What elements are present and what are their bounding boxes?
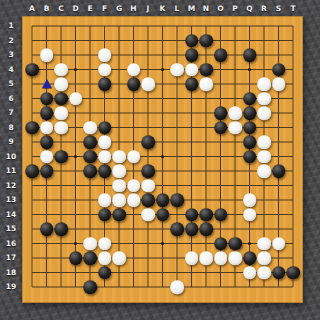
stone-white-F13[interactable] (98, 193, 112, 207)
col-label-E: E (83, 4, 97, 14)
row-label-2: 2 (4, 36, 18, 46)
row-label-17: 17 (4, 253, 18, 263)
stone-black-N4[interactable] (199, 63, 213, 77)
row-label-11: 11 (4, 166, 18, 176)
stone-black-J11[interactable] (141, 164, 155, 178)
stone-white-G12[interactable] (112, 179, 126, 193)
row-label-5: 5 (4, 79, 18, 89)
col-label-B: B (40, 4, 54, 14)
row-label-6: 6 (4, 94, 18, 104)
stone-white-R5[interactable] (257, 77, 271, 91)
stone-white-G13[interactable] (112, 193, 126, 207)
stone-white-G10[interactable] (112, 150, 126, 164)
stone-white-R10[interactable] (257, 150, 271, 164)
stone-white-R17[interactable] (257, 251, 271, 265)
stone-white-C7[interactable] (54, 106, 68, 120)
stone-white-P17[interactable] (228, 251, 242, 265)
stone-black-Q3[interactable] (243, 48, 257, 62)
stone-white-G17[interactable] (112, 251, 126, 265)
stone-white-C8[interactable] (54, 121, 68, 135)
stone-black-E17[interactable] (83, 251, 97, 265)
stone-white-F16[interactable] (98, 237, 112, 251)
stone-black-B15[interactable] (40, 222, 54, 236)
stone-white-Q14[interactable] (243, 208, 257, 222)
stone-white-E16[interactable] (83, 237, 97, 251)
star-point-Q16 (248, 242, 251, 245)
row-label-15: 15 (4, 224, 18, 234)
stone-black-H5[interactable] (127, 77, 141, 91)
stone-white-L19[interactable] (170, 280, 184, 294)
stone-black-J13[interactable] (141, 193, 155, 207)
stone-black-O16[interactable] (214, 237, 228, 251)
stone-black-Q17[interactable] (243, 251, 257, 265)
col-label-G: G (112, 4, 126, 14)
col-label-D: D (69, 4, 83, 14)
stone-black-B11[interactable] (40, 164, 54, 178)
stone-black-O7[interactable] (214, 106, 228, 120)
star-point-D4 (74, 68, 77, 71)
stone-black-S4[interactable] (272, 63, 286, 77)
stone-white-P8[interactable] (228, 121, 242, 135)
stone-black-B7[interactable] (40, 106, 54, 120)
stone-black-N14[interactable] (199, 208, 213, 222)
stone-black-F18[interactable] (98, 266, 112, 280)
star-point-Q4 (248, 68, 251, 71)
stone-white-O17[interactable] (214, 251, 228, 265)
stone-white-C5[interactable] (54, 77, 68, 91)
row-label-8: 8 (4, 123, 18, 133)
row-label-7: 7 (4, 108, 18, 118)
stone-white-G11[interactable] (112, 164, 126, 178)
stone-black-S18[interactable] (272, 266, 286, 280)
row-label-13: 13 (4, 195, 18, 205)
col-label-N: N (199, 4, 213, 14)
stone-white-H4[interactable] (127, 63, 141, 77)
stone-white-S16[interactable] (272, 237, 286, 251)
row-label-12: 12 (4, 181, 18, 191)
screenshot-root: ABCDEFGHJKLMNOPQRST 12345678910111213141… (0, 0, 320, 320)
stone-white-Q13[interactable] (243, 193, 257, 207)
row-label-10: 10 (4, 152, 18, 162)
stone-white-B3[interactable] (40, 48, 54, 62)
stone-black-Q7[interactable] (243, 106, 257, 120)
stone-white-H13[interactable] (127, 193, 141, 207)
col-label-M: M (185, 4, 199, 14)
stone-black-M2[interactable] (185, 34, 199, 48)
stone-white-P7[interactable] (228, 106, 242, 120)
stone-black-K13[interactable] (156, 193, 170, 207)
stone-white-F10[interactable] (98, 150, 112, 164)
stone-black-G14[interactable] (112, 208, 126, 222)
col-label-C: C (54, 4, 68, 14)
stone-white-F3[interactable] (98, 48, 112, 62)
col-label-F: F (98, 4, 112, 14)
stone-black-C15[interactable] (54, 222, 68, 236)
col-label-K: K (156, 4, 170, 14)
stone-white-J5[interactable] (141, 77, 155, 91)
stone-black-E9[interactable] (83, 135, 97, 149)
stone-black-Q9[interactable] (243, 135, 257, 149)
col-label-P: P (228, 4, 242, 14)
row-label-1: 1 (4, 21, 18, 31)
stone-black-M15[interactable] (185, 222, 199, 236)
stone-black-C10[interactable] (54, 150, 68, 164)
stone-black-Q8[interactable] (243, 121, 257, 135)
stone-white-R6[interactable] (257, 92, 271, 106)
stone-white-Q18[interactable] (243, 266, 257, 280)
stone-white-L4[interactable] (170, 63, 184, 77)
stone-black-F14[interactable] (98, 208, 112, 222)
star-point-D10 (74, 155, 77, 158)
stone-white-J12[interactable] (141, 179, 155, 193)
triangle-marker-B5 (42, 79, 52, 88)
row-label-4: 4 (4, 65, 18, 75)
stone-black-F8[interactable] (98, 121, 112, 135)
stone-white-E8[interactable] (83, 121, 97, 135)
stone-white-D6[interactable] (69, 92, 83, 106)
col-label-A: A (25, 4, 39, 14)
stone-black-F5[interactable] (98, 77, 112, 91)
row-label-18: 18 (4, 268, 18, 278)
stone-white-M17[interactable] (185, 251, 199, 265)
stone-white-B10[interactable] (40, 150, 54, 164)
stone-black-D17[interactable] (69, 251, 83, 265)
star-point-D16 (74, 242, 77, 245)
col-label-Q: Q (243, 4, 257, 14)
stone-black-M3[interactable] (185, 48, 199, 62)
row-label-16: 16 (4, 239, 18, 249)
stone-white-R11[interactable] (257, 164, 271, 178)
star-point-K4 (161, 68, 164, 71)
star-point-K10 (161, 155, 164, 158)
stone-white-M4[interactable] (185, 63, 199, 77)
stone-white-F17[interactable] (98, 251, 112, 265)
stone-white-B8[interactable] (40, 121, 54, 135)
stone-black-N15[interactable] (199, 222, 213, 236)
stone-black-T18[interactable] (286, 266, 300, 280)
stone-white-N17[interactable] (199, 251, 213, 265)
stone-black-N2[interactable] (199, 34, 213, 48)
stone-black-A11[interactable] (25, 164, 39, 178)
stone-black-C6[interactable] (54, 92, 68, 106)
stone-black-F11[interactable] (98, 164, 112, 178)
stone-white-R7[interactable] (257, 106, 271, 120)
stone-white-R16[interactable] (257, 237, 271, 251)
stone-black-O3[interactable] (214, 48, 228, 62)
stone-white-R9[interactable] (257, 135, 271, 149)
stone-black-M14[interactable] (185, 208, 199, 222)
stone-white-S5[interactable] (272, 77, 286, 91)
stone-black-L13[interactable] (170, 193, 184, 207)
col-label-O: O (214, 4, 228, 14)
col-label-L: L (170, 4, 184, 14)
row-label-19: 19 (4, 282, 18, 292)
row-label-9: 9 (4, 137, 18, 147)
stone-black-B9[interactable] (40, 135, 54, 149)
stone-white-H10[interactable] (127, 150, 141, 164)
stone-black-E11[interactable] (83, 164, 97, 178)
stone-white-H12[interactable] (127, 179, 141, 193)
stone-white-R18[interactable] (257, 266, 271, 280)
stone-black-A4[interactable] (25, 63, 39, 77)
row-label-14: 14 (4, 210, 18, 220)
stone-black-K14[interactable] (156, 208, 170, 222)
col-label-T: T (286, 4, 300, 14)
stone-black-S11[interactable] (272, 164, 286, 178)
go-board[interactable] (22, 16, 303, 303)
col-label-H: H (127, 4, 141, 14)
stone-black-B6[interactable] (40, 92, 54, 106)
stone-black-J9[interactable] (141, 135, 155, 149)
stone-white-N5[interactable] (199, 77, 213, 91)
stone-white-C4[interactable] (54, 63, 68, 77)
col-label-S: S (272, 4, 286, 14)
stone-black-Q10[interactable] (243, 150, 257, 164)
row-label-3: 3 (4, 50, 18, 60)
stone-black-O14[interactable] (214, 208, 228, 222)
stone-black-O8[interactable] (214, 121, 228, 135)
stone-black-Q6[interactable] (243, 92, 257, 106)
stone-black-L15[interactable] (170, 222, 184, 236)
stone-white-F9[interactable] (98, 135, 112, 149)
stone-black-E19[interactable] (83, 280, 97, 294)
stone-black-P16[interactable] (228, 237, 242, 251)
col-label-R: R (257, 4, 271, 14)
stone-white-J14[interactable] (141, 208, 155, 222)
star-point-K16 (161, 242, 164, 245)
stone-black-E10[interactable] (83, 150, 97, 164)
stone-black-A8[interactable] (25, 121, 39, 135)
stone-black-M5[interactable] (185, 77, 199, 91)
col-label-J: J (141, 4, 155, 14)
stone-white-F4[interactable] (98, 63, 112, 77)
